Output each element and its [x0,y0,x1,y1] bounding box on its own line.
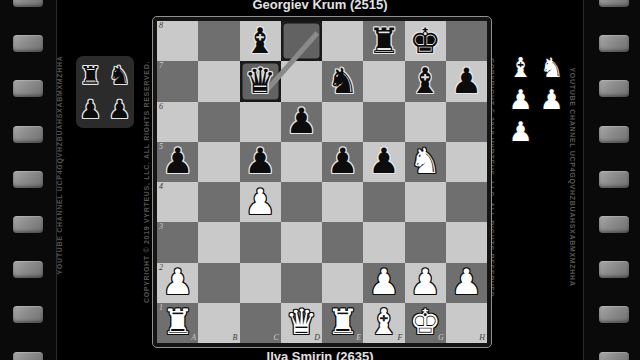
black-bishop-g7: ♝ [409,64,440,99]
square-a3: 3 [157,222,198,262]
file-label: A [191,334,196,342]
sprocket-hole [599,126,629,143]
sprocket-hole [599,35,629,52]
black-rook-f8: ♜ [368,24,399,59]
square-e1: E♜ [322,303,363,343]
white-knight-g5: ♞ [409,144,440,179]
file-label: B [233,334,238,342]
square-b8 [198,21,239,61]
square-a2: 2♟ [157,263,198,303]
square-b5 [198,142,239,182]
film-strip-right [583,0,640,360]
captured-black-rook: ♜ [79,63,101,88]
black-pawn-d6: ♟ [286,104,317,139]
square-e8 [322,21,363,61]
square-c7: ♛ [240,61,281,101]
square-b3 [198,222,239,262]
copyright-watermark-left: COPYRIGHT © 2019 VYRTEUS, LLC. ALL RIGHT… [143,61,150,303]
square-g5: ♞ [405,142,446,182]
captured-black-knight: ♞ [108,63,130,88]
square-h8 [446,21,487,61]
square-e5: ♟ [322,142,363,182]
square-e2 [322,263,363,303]
square-e6 [322,102,363,142]
square-f1: F♝ [363,303,404,343]
square-a7: 7 [157,61,198,101]
captured-black-pawn: ♟ [108,97,130,122]
sprocket-hole [599,80,629,97]
square-g2: ♟ [405,263,446,303]
white-queen-d1: ♛ [286,305,317,340]
captured-white-bishop: ♝ [508,54,532,81]
square-g1: G♚ [405,303,446,343]
square-f7 [363,61,404,101]
square-a8: 8 [157,21,198,61]
white-rook-e1: ♜ [327,305,358,340]
rank-label: 3 [159,223,163,231]
square-f2: ♟ [363,263,404,303]
square-g7: ♝ [405,61,446,101]
film-strip-left [0,0,57,360]
square-d6: ♟ [281,102,322,142]
file-label: E [356,334,361,342]
square-b7 [198,61,239,101]
black-pawn-c5: ♟ [244,144,275,179]
white-player-name: Ilya Smirin (2635) [0,349,640,360]
rank-label: 4 [159,183,163,191]
square-c4: ♟ [240,182,281,222]
black-pawn-a5: ♟ [162,144,193,179]
square-d2 [281,263,322,303]
chess-board: 8♝♜♚7♛♞♝♟6♟5♟♟♟♟♞4♟32♟♟♟♟1A♜BCD♛E♜F♝G♚H [157,21,487,343]
captured-black-pieces-tray: ♜♞♟♟ [76,56,134,128]
white-pawn-f2: ♟ [368,265,399,300]
square-d5 [281,142,322,182]
square-g6 [405,102,446,142]
black-bishop-c8: ♝ [244,24,275,59]
square-f6 [363,102,404,142]
square-f8: ♜ [363,21,404,61]
white-king-g1: ♚ [409,305,440,340]
sprocket-hole [599,306,629,323]
sprocket-hole [13,80,43,97]
rank-label: 8 [159,22,163,30]
captured-white-pawn: ♟ [508,86,532,113]
square-c3 [240,222,281,262]
square-h2: ♟ [446,263,487,303]
file-label: D [314,334,320,342]
black-queen-c7: ♛ [244,64,275,99]
sprocket-hole [599,216,629,233]
rank-label: 5 [159,143,163,151]
sprocket-hole [599,171,629,188]
rank-label: 1 [159,304,163,312]
square-f4 [363,182,404,222]
white-rook-a1: ♜ [162,305,193,340]
black-pawn-h7: ♟ [451,64,482,99]
rank-label: 6 [159,103,163,111]
sprocket-hole [13,216,43,233]
captured-white-pawn: ♟ [539,86,563,113]
white-pawn-h2: ♟ [451,265,482,300]
square-g8: ♚ [405,21,446,61]
square-a1: 1A♜ [157,303,198,343]
sprocket-hole [13,306,43,323]
square-h3 [446,222,487,262]
square-a5: 5♟ [157,142,198,182]
youtube-channel-watermark-left: YOUTUBE CHANNEL UCP4gqVHZbUaHSXabmXmzHhA [56,55,63,274]
file-label: G [438,334,444,342]
square-d7 [281,61,322,101]
captured-black-pawn: ♟ [79,97,101,122]
captured-white-pieces-tray: ♝♞♟♟♟ [505,51,567,151]
white-pawn-c4: ♟ [244,185,275,220]
square-f3 [363,222,404,262]
square-e4 [322,182,363,222]
chess-board-frame: 8♝♜♚7♛♞♝♟6♟5♟♟♟♟♞4♟32♟♟♟♟1A♜BCD♛E♜F♝G♚H [152,16,492,348]
square-a6: 6 [157,102,198,142]
youtube-channel-watermark-right: YOUTUBE CHANNEL UCP4gqVHZbUaHSXabmXmzHhA [569,67,576,286]
black-king-g8: ♚ [409,24,440,59]
square-b4 [198,182,239,222]
file-label: F [398,334,403,342]
square-f5: ♟ [363,142,404,182]
black-pawn-e5: ♟ [327,144,358,179]
square-b6 [198,102,239,142]
sprocket-hole [13,261,43,278]
black-pawn-f5: ♟ [368,144,399,179]
white-bishop-f1: ♝ [368,305,399,340]
sprocket-hole [13,171,43,188]
sprocket-hole [13,126,43,143]
square-d4 [281,182,322,222]
square-h7: ♟ [446,61,487,101]
square-c8: ♝ [240,21,281,61]
square-h1: H [446,303,487,343]
square-a4: 4 [157,182,198,222]
square-b2 [198,263,239,303]
rank-label: 7 [159,62,163,70]
square-d3 [281,222,322,262]
square-c1: C [240,303,281,343]
square-h4 [446,182,487,222]
square-g3 [405,222,446,262]
square-d8 [281,21,322,61]
captured-white-knight: ♞ [539,54,563,81]
white-pawn-a2: ♟ [162,265,193,300]
black-player-name: Georgiev Krum (2515) [0,0,640,12]
square-c2 [240,263,281,303]
sprocket-hole [13,35,43,52]
square-h5 [446,142,487,182]
rank-label: 2 [159,264,163,272]
captured-white-pawn: ♟ [508,118,532,145]
square-c5: ♟ [240,142,281,182]
sprocket-hole [599,261,629,278]
square-h6 [446,102,487,142]
file-label: C [273,334,278,342]
square-b1: B [198,303,239,343]
black-knight-e7: ♞ [327,64,358,99]
square-c6 [240,102,281,142]
square-e7: ♞ [322,61,363,101]
white-pawn-g2: ♟ [409,265,440,300]
square-d1: D♛ [281,303,322,343]
file-label: H [479,334,485,342]
square-e3 [322,222,363,262]
square-g4 [405,182,446,222]
